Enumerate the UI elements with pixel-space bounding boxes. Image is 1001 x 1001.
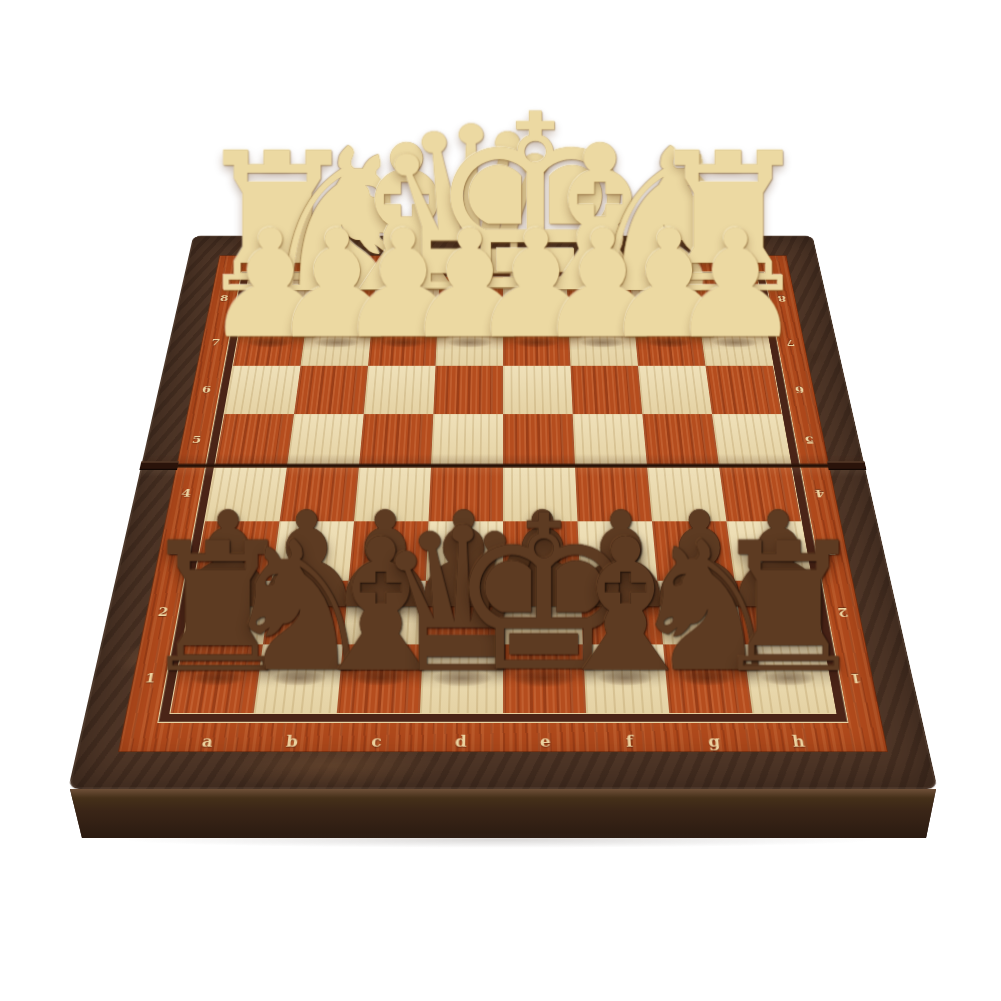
rank-label-right-8: 8 bbox=[777, 294, 787, 304]
black-rook-h1: ♜ bbox=[708, 519, 868, 678]
box-base-front bbox=[0, 789, 1001, 838]
pieces-layer: ♜♞♝♛♚♝♞♜♟♟♟♟♟♟♟♟♟♟♟♟♟♟♟♟♜♞♝♛♚♝♞♜ bbox=[68, 236, 938, 789]
chess-board: abcdefgh8765432187654321 ♜♞♝♛♚♝♞♜♟♟♟♟♟♟♟… bbox=[68, 236, 938, 789]
rank-label-right-7: 7 bbox=[785, 337, 796, 347]
floor-shadow bbox=[120, 832, 880, 848]
white-pawn-h7: ♟ bbox=[669, 210, 803, 343]
rook-glyph: ♜ bbox=[708, 519, 868, 697]
product-photo-scene: abcdefgh8765432187654321 ♜♞♝♛♚♝♞♜♟♟♟♟♟♟♟… bbox=[0, 0, 1001, 1001]
pawn-glyph: ♟ bbox=[669, 210, 803, 359]
board-perspective-wrapper: abcdefgh8765432187654321 ♜♞♝♛♚♝♞♜♟♟♟♟♟♟♟… bbox=[141, 104, 865, 828]
rank-label-right-6: 6 bbox=[794, 384, 805, 395]
